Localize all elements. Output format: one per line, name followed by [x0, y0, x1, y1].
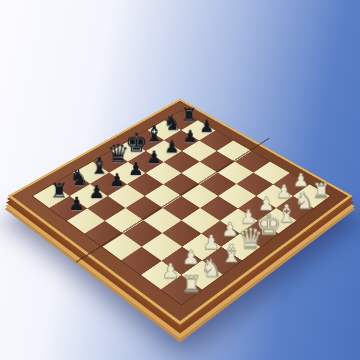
black-pawn: ♟	[63, 195, 90, 213]
photo-background: ♜♞♝♛♚♝♞♜♟♟♟♟♟♟♟♟♟♟♟♟♟♟♟♟♜♞♝♛♚♝♞♜	[0, 0, 360, 360]
board-grid: ♜♞♝♛♚♝♞♜♟♟♟♟♟♟♟♟♟♟♟♟♟♟♟♟♜♞♝♛♚♝♞♜	[32, 110, 332, 306]
white-rook: ♜	[176, 273, 206, 296]
board-frame: ♜♞♝♛♚♝♞♜♟♟♟♟♟♟♟♟♟♟♟♟♟♟♟♟♜♞♝♛♚♝♞♜	[7, 99, 352, 325]
chess-board: ♜♞♝♛♚♝♞♜♟♟♟♟♟♟♟♟♟♟♟♟♟♟♟♟♜♞♝♛♚♝♞♜	[7, 99, 352, 325]
